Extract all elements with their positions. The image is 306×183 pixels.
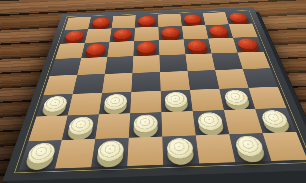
red-man[interactable] [187, 40, 208, 52]
square-r4c6 [185, 53, 215, 71]
square-r5c8[interactable] [243, 68, 278, 88]
square-r3c3 [107, 41, 134, 57]
red-man[interactable] [85, 43, 106, 55]
white-man[interactable] [104, 94, 128, 111]
square-r2c8 [229, 24, 258, 38]
square-r6c5[interactable] [161, 90, 193, 112]
white-man[interactable] [25, 143, 56, 165]
white-man[interactable] [197, 112, 224, 131]
board-grid [19, 11, 306, 169]
square-r5c4[interactable] [131, 72, 160, 92]
square-r8c3[interactable] [91, 138, 129, 167]
square-r7c2[interactable] [62, 114, 99, 140]
square-r6c3[interactable] [99, 92, 131, 115]
square-r6c2 [68, 93, 102, 116]
red-man[interactable] [92, 17, 111, 27]
square-r6c4 [130, 91, 161, 113]
red-man[interactable] [113, 29, 132, 40]
square-r2c4 [134, 27, 159, 41]
square-r6c6 [190, 89, 224, 111]
square-r5c5 [160, 71, 190, 91]
square-r4c4 [132, 55, 160, 73]
red-man[interactable] [162, 27, 181, 38]
white-man[interactable] [234, 135, 265, 156]
square-r1c6[interactable] [180, 13, 205, 26]
square-r5c3 [102, 73, 132, 93]
white-man[interactable] [133, 114, 157, 133]
white-man[interactable] [67, 117, 94, 136]
white-man[interactable] [167, 138, 194, 160]
square-r1c4[interactable] [135, 15, 158, 28]
square-r1c3 [112, 15, 136, 28]
checkers-board[interactable] [3, 7, 306, 181]
square-r1c2[interactable] [88, 16, 113, 29]
square-r4c2 [77, 57, 107, 75]
red-man[interactable] [183, 14, 201, 24]
red-man[interactable] [64, 30, 85, 41]
white-man[interactable] [223, 90, 249, 106]
red-man[interactable] [137, 42, 156, 54]
square-r2c2 [85, 28, 112, 42]
square-r1c8[interactable] [225, 11, 252, 24]
white-man[interactable] [97, 140, 125, 162]
square-r5c6[interactable] [188, 70, 220, 90]
square-r8c2 [55, 139, 95, 169]
white-man[interactable] [165, 92, 189, 108]
square-r2c3[interactable] [110, 28, 135, 42]
white-man[interactable] [260, 110, 290, 129]
red-man[interactable] [209, 26, 229, 36]
square-r7c6[interactable] [193, 110, 230, 135]
board-frame [3, 7, 306, 181]
square-r2c5[interactable] [158, 26, 183, 40]
square-r6c8 [249, 87, 287, 109]
wood-table-background [0, 0, 306, 183]
red-man[interactable] [228, 13, 248, 22]
square-r3c5 [159, 39, 186, 55]
square-r1c1 [65, 17, 91, 30]
square-r8c4 [127, 137, 163, 166]
square-r4c3[interactable] [105, 56, 134, 74]
square-r7c5 [161, 111, 195, 136]
square-r7c3 [95, 113, 130, 139]
square-r2c1[interactable] [60, 29, 88, 43]
square-r4c5[interactable] [159, 54, 187, 72]
square-r4c8 [238, 52, 271, 69]
square-r3c8[interactable] [233, 37, 264, 53]
white-man[interactable] [42, 96, 69, 113]
square-r7c8[interactable] [255, 108, 296, 133]
square-r2c6 [182, 25, 208, 39]
square-r8c5[interactable] [162, 135, 199, 164]
square-r1c5 [158, 14, 182, 27]
square-r7c4[interactable] [129, 112, 162, 138]
square-r3c6[interactable] [184, 39, 212, 55]
red-man[interactable] [138, 16, 155, 26]
square-r5c2[interactable] [73, 74, 105, 94]
square-r3c4[interactable] [133, 40, 159, 56]
square-r3c2[interactable] [81, 42, 109, 58]
red-man[interactable] [237, 38, 260, 50]
square-r8c8 [263, 132, 306, 161]
